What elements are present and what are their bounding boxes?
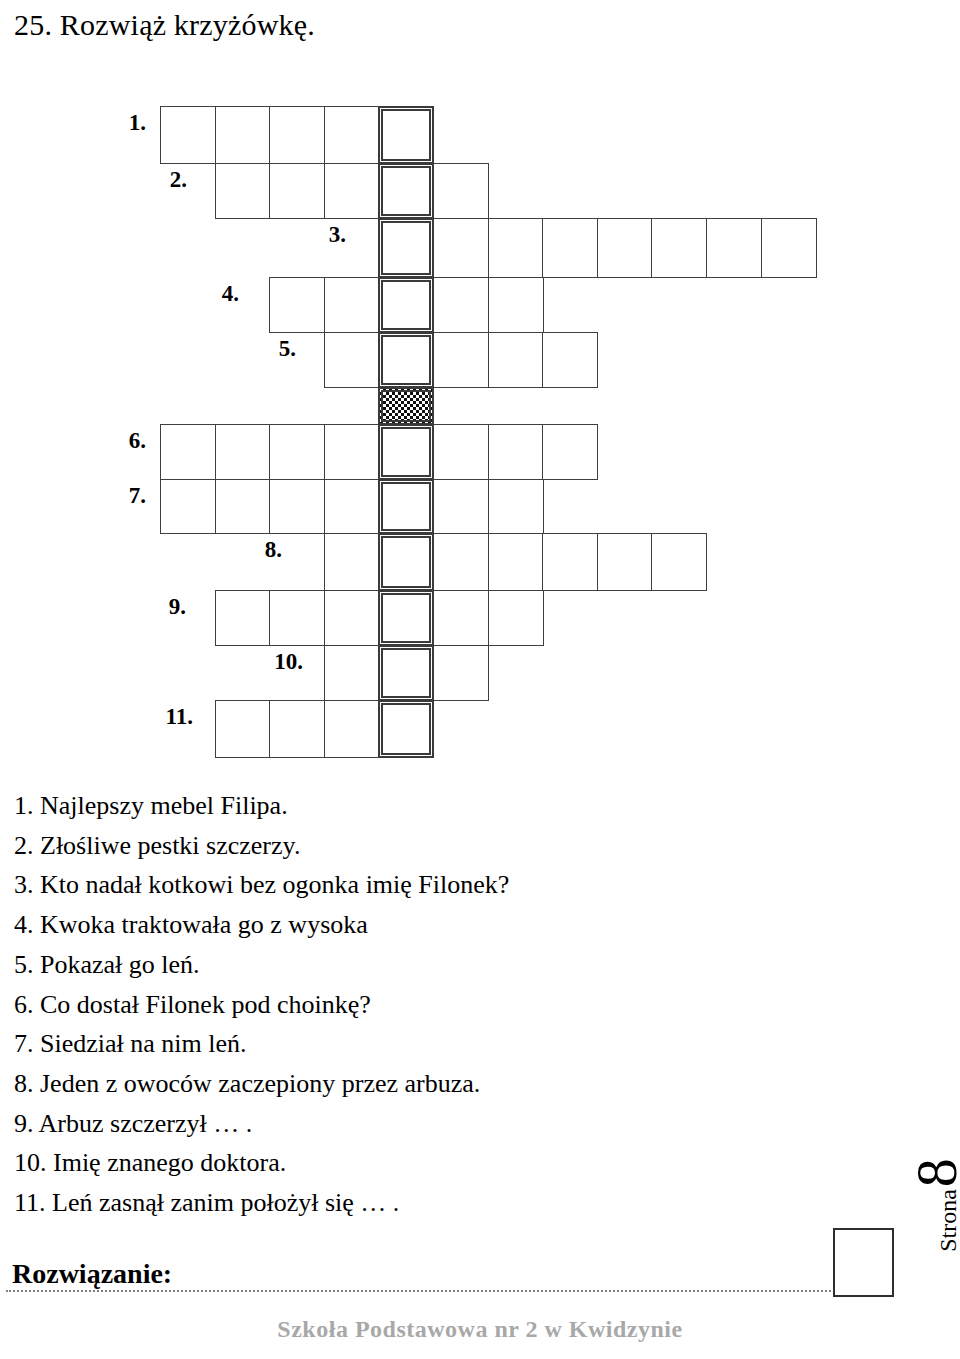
solution-column-cell[interactable] [378, 332, 434, 388]
grid-cell[interactable] [433, 645, 489, 701]
grid-cell[interactable] [215, 106, 271, 164]
grid-cell[interactable] [488, 277, 544, 333]
solution-column-cell[interactable] [378, 277, 434, 333]
grid-cell[interactable] [651, 218, 707, 278]
grid-cell[interactable] [542, 332, 598, 388]
solution-dotted-line [6, 1290, 890, 1292]
grid-cell[interactable] [488, 590, 544, 646]
grid-cell[interactable] [269, 163, 325, 219]
grid-cell[interactable] [597, 533, 653, 591]
solution-box[interactable] [833, 1228, 894, 1297]
grid-cell[interactable] [542, 533, 598, 591]
grid-cell[interactable] [160, 479, 216, 534]
grid-cell[interactable] [269, 479, 325, 534]
solution-column-cell[interactable] [378, 700, 434, 758]
grid-cell[interactable] [706, 218, 762, 278]
grid-cell[interactable] [433, 533, 489, 591]
grid-cell[interactable] [324, 332, 380, 388]
grid-cell[interactable] [433, 590, 489, 646]
grid-cell[interactable] [542, 218, 598, 278]
school-footer: Szkoła Podstawowa nr 2 w Kwidzynie [0, 1316, 960, 1343]
grid-cell[interactable] [324, 106, 380, 164]
grid-cell[interactable] [324, 700, 380, 758]
grid-cell[interactable] [433, 218, 489, 278]
grid-cell[interactable] [215, 590, 271, 646]
clue-number-label: 9. [169, 594, 186, 620]
solution-column-cell[interactable] [378, 218, 434, 278]
solution-column-cell[interactable] [378, 590, 434, 646]
grid-cell[interactable] [542, 424, 598, 480]
clue-item: 5. Pokazał go leń. [14, 945, 509, 985]
grid-cell[interactable] [324, 590, 380, 646]
grid-cell[interactable] [651, 533, 707, 591]
grid-cell[interactable] [269, 277, 325, 333]
clue-number-label: 8. [265, 537, 282, 563]
grid-cell[interactable] [215, 424, 271, 480]
clue-number-label: 11. [166, 704, 193, 730]
grid-cell[interactable] [324, 645, 380, 701]
page-number-label: Strona 8 [908, 1130, 960, 1280]
clue-item: 6. Co dostał Filonek pod choinkę? [14, 985, 509, 1025]
page-number: 8 [908, 1158, 960, 1187]
solution-column-cell[interactable] [378, 424, 434, 480]
clue-number-label: 7. [129, 483, 146, 509]
grid-cell[interactable] [597, 218, 653, 278]
clue-list: 1. Najlepszy mebel Filipa. 2. Złośliwe p… [14, 786, 509, 1223]
grid-cell[interactable] [488, 533, 544, 591]
grid-cell[interactable] [324, 533, 380, 591]
solution-column-cell[interactable] [378, 645, 434, 701]
grid-cell[interactable] [269, 106, 325, 164]
grid-cell[interactable] [433, 277, 489, 333]
clue-item: 8. Jeden z owoców zaczepiony przez arbuz… [14, 1064, 509, 1104]
clue-item: 11. Leń zasnął zanim położył się … . [14, 1183, 509, 1223]
grid-cell[interactable] [433, 424, 489, 480]
clue-item: 4. Kwoka traktowała go z wysoka [14, 905, 509, 945]
clue-number-label: 5. [279, 336, 296, 362]
clue-item: 1. Najlepszy mebel Filipa. [14, 786, 509, 826]
clue-number-label: 10. [274, 649, 303, 675]
worksheet-page: { "title": "25. Rozwiąż krzyżówkę.", "ga… [0, 0, 960, 1359]
clue-item: 3. Kto nadał kotkowi bez ogonka imię Fil… [14, 865, 509, 905]
grid-cell[interactable] [488, 479, 544, 534]
grid-cell[interactable] [215, 700, 271, 758]
clue-number-label: 1. [129, 110, 146, 136]
grid-cell[interactable] [269, 700, 325, 758]
clue-item: 7. Siedział na nim leń. [14, 1024, 509, 1064]
grid-cell[interactable] [269, 590, 325, 646]
grid-cell[interactable] [488, 332, 544, 388]
solution-column-cell[interactable] [378, 163, 434, 219]
solution-column-cell[interactable] [378, 533, 434, 591]
grid-cell[interactable] [324, 277, 380, 333]
grid-cell[interactable] [324, 424, 380, 480]
blocked-cell [378, 387, 434, 425]
page-word: Strona [935, 1189, 960, 1252]
grid-cell[interactable] [269, 424, 325, 480]
grid-cell[interactable] [160, 106, 216, 164]
grid-cell[interactable] [433, 163, 489, 219]
clue-item: 9. Arbuz szczerzył … . [14, 1104, 509, 1144]
clue-number-label: 3. [329, 222, 346, 248]
grid-cell[interactable] [324, 163, 380, 219]
clue-item: 10. Imię znanego doktora. [14, 1143, 509, 1183]
grid-cell[interactable] [215, 163, 271, 219]
grid-cell[interactable] [433, 332, 489, 388]
clue-number-label: 4. [222, 281, 239, 307]
clue-number-label: 6. [129, 428, 146, 454]
crossword-grid: 1.2.3.4.5.6.7.8.9.10.11. [0, 0, 960, 780]
clue-item: 2. Złośliwe pestki szczerzy. [14, 826, 509, 866]
solution-label: Rozwiązanie: [12, 1258, 172, 1290]
grid-cell[interactable] [433, 479, 489, 534]
grid-cell[interactable] [488, 218, 544, 278]
grid-cell[interactable] [324, 479, 380, 534]
grid-cell[interactable] [215, 479, 271, 534]
solution-column-cell[interactable] [378, 479, 434, 534]
grid-cell[interactable] [160, 424, 216, 480]
grid-cell[interactable] [761, 218, 817, 278]
clue-number-label: 2. [170, 167, 187, 193]
grid-cell[interactable] [488, 424, 544, 480]
solution-column-cell[interactable] [378, 106, 434, 164]
